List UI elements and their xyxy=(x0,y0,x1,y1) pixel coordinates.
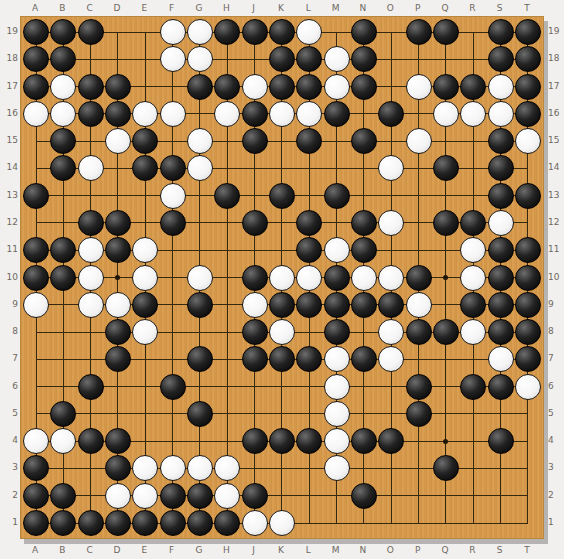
white-stone xyxy=(160,101,186,127)
black-stone xyxy=(406,319,432,345)
black-stone xyxy=(378,101,404,127)
column-label-top: M xyxy=(327,3,345,13)
black-stone xyxy=(160,155,186,181)
white-stone xyxy=(23,101,49,127)
black-stone xyxy=(242,210,268,236)
row-label-right: 2 xyxy=(548,490,564,500)
black-stone xyxy=(515,346,541,372)
white-stone xyxy=(187,265,213,291)
black-stone xyxy=(296,237,322,263)
black-stone xyxy=(460,210,486,236)
black-stone xyxy=(23,510,49,536)
black-stone xyxy=(105,237,131,263)
white-stone xyxy=(269,265,295,291)
black-stone xyxy=(378,428,404,454)
column-label-bottom: P xyxy=(409,545,427,555)
white-stone xyxy=(488,74,514,100)
column-label-bottom: N xyxy=(354,545,372,555)
white-stone xyxy=(406,74,432,100)
white-stone xyxy=(488,346,514,372)
black-stone xyxy=(23,455,49,481)
black-stone xyxy=(214,510,240,536)
white-stone xyxy=(433,101,459,127)
white-stone xyxy=(269,510,295,536)
black-stone xyxy=(460,374,486,400)
row-label-right: 8 xyxy=(548,326,564,336)
column-label-top: F xyxy=(163,3,181,13)
black-stone xyxy=(242,128,268,154)
black-stone xyxy=(296,74,322,100)
black-stone xyxy=(488,265,514,291)
black-stone xyxy=(242,428,268,454)
white-stone xyxy=(296,265,322,291)
column-label-bottom: C xyxy=(81,545,99,555)
row-label-right: 13 xyxy=(548,190,564,200)
row-label-left: 10 xyxy=(0,272,18,282)
white-stone xyxy=(105,292,131,318)
black-stone xyxy=(515,237,541,263)
row-label-left: 9 xyxy=(0,299,18,309)
white-stone xyxy=(269,101,295,127)
black-stone xyxy=(78,510,104,536)
black-stone xyxy=(187,401,213,427)
white-stone xyxy=(378,155,404,181)
white-stone xyxy=(50,101,76,127)
black-stone xyxy=(50,401,76,427)
black-stone xyxy=(351,128,377,154)
black-stone xyxy=(488,155,514,181)
grid-line-horizontal xyxy=(36,386,529,387)
black-stone xyxy=(433,74,459,100)
white-stone xyxy=(324,346,350,372)
white-stone xyxy=(187,155,213,181)
white-stone xyxy=(460,101,486,127)
black-stone xyxy=(488,19,514,45)
black-stone xyxy=(269,183,295,209)
column-label-bottom: K xyxy=(272,545,290,555)
black-stone xyxy=(433,210,459,236)
black-stone xyxy=(187,483,213,509)
hoshi-point xyxy=(115,275,120,280)
black-stone xyxy=(78,210,104,236)
column-label-top: O xyxy=(381,3,399,13)
white-stone xyxy=(160,46,186,72)
row-label-right: 17 xyxy=(548,81,564,91)
column-label-top: G xyxy=(190,3,208,13)
row-label-right: 4 xyxy=(548,435,564,445)
white-stone xyxy=(78,265,104,291)
column-label-top: A xyxy=(26,3,44,13)
black-stone xyxy=(324,319,350,345)
black-stone xyxy=(296,292,322,318)
row-label-left: 5 xyxy=(0,408,18,418)
black-stone xyxy=(78,428,104,454)
white-stone xyxy=(460,319,486,345)
black-stone xyxy=(515,74,541,100)
black-stone xyxy=(50,265,76,291)
black-stone xyxy=(105,346,131,372)
black-stone xyxy=(296,46,322,72)
row-label-right: 14 xyxy=(548,162,564,172)
black-stone xyxy=(50,510,76,536)
black-stone xyxy=(351,346,377,372)
white-stone xyxy=(378,265,404,291)
black-stone xyxy=(50,483,76,509)
black-stone xyxy=(160,374,186,400)
black-stone xyxy=(105,74,131,100)
column-label-bottom: O xyxy=(381,545,399,555)
black-stone xyxy=(50,155,76,181)
row-label-right: 16 xyxy=(548,108,564,118)
column-label-bottom: F xyxy=(163,545,181,555)
black-stone xyxy=(78,101,104,127)
black-stone xyxy=(78,19,104,45)
black-stone xyxy=(50,128,76,154)
column-label-bottom: Q xyxy=(436,545,454,555)
column-label-bottom: T xyxy=(518,545,536,555)
black-stone xyxy=(160,483,186,509)
row-label-left: 6 xyxy=(0,381,18,391)
black-stone xyxy=(378,292,404,318)
row-label-left: 19 xyxy=(0,26,18,36)
black-stone xyxy=(296,128,322,154)
row-label-right: 18 xyxy=(548,53,564,63)
black-stone xyxy=(324,183,350,209)
black-stone xyxy=(406,374,432,400)
column-label-bottom: S xyxy=(491,545,509,555)
black-stone xyxy=(406,401,432,427)
white-stone xyxy=(132,237,158,263)
column-label-top: S xyxy=(491,3,509,13)
black-stone xyxy=(105,210,131,236)
white-stone xyxy=(242,510,268,536)
white-stone xyxy=(378,210,404,236)
black-stone xyxy=(23,483,49,509)
row-label-right: 9 xyxy=(548,299,564,309)
black-stone xyxy=(23,74,49,100)
black-stone xyxy=(351,237,377,263)
white-stone xyxy=(378,346,404,372)
black-stone xyxy=(187,346,213,372)
column-label-bottom: R xyxy=(463,545,481,555)
white-stone xyxy=(324,374,350,400)
black-stone xyxy=(324,265,350,291)
white-stone xyxy=(132,319,158,345)
black-stone xyxy=(242,19,268,45)
white-stone xyxy=(378,319,404,345)
row-label-right: 19 xyxy=(548,26,564,36)
black-stone xyxy=(214,19,240,45)
white-stone xyxy=(160,19,186,45)
black-stone xyxy=(105,319,131,345)
black-stone xyxy=(132,292,158,318)
black-stone xyxy=(296,428,322,454)
white-stone xyxy=(132,483,158,509)
black-stone xyxy=(105,455,131,481)
row-label-left: 3 xyxy=(0,462,18,472)
white-stone xyxy=(23,428,49,454)
black-stone xyxy=(23,19,49,45)
white-stone xyxy=(187,46,213,72)
hoshi-point xyxy=(443,275,448,280)
white-stone xyxy=(132,101,158,127)
white-stone xyxy=(78,292,104,318)
white-stone xyxy=(242,74,268,100)
column-label-top: N xyxy=(354,3,372,13)
black-stone xyxy=(515,292,541,318)
white-stone xyxy=(269,319,295,345)
white-stone xyxy=(187,128,213,154)
column-label-bottom: B xyxy=(53,545,71,555)
row-label-right: 6 xyxy=(548,381,564,391)
row-label-left: 11 xyxy=(0,244,18,254)
white-stone xyxy=(105,483,131,509)
black-stone xyxy=(460,292,486,318)
white-stone xyxy=(105,128,131,154)
row-label-left: 17 xyxy=(0,81,18,91)
black-stone xyxy=(242,483,268,509)
white-stone xyxy=(214,101,240,127)
black-stone xyxy=(515,265,541,291)
column-label-top: L xyxy=(299,3,317,13)
white-stone xyxy=(406,128,432,154)
black-stone xyxy=(50,19,76,45)
column-label-bottom: D xyxy=(108,545,126,555)
black-stone xyxy=(488,128,514,154)
black-stone xyxy=(105,428,131,454)
row-label-right: 1 xyxy=(548,517,564,527)
black-stone xyxy=(324,292,350,318)
black-stone xyxy=(23,237,49,263)
white-stone xyxy=(488,210,514,236)
white-stone xyxy=(488,101,514,127)
hoshi-point xyxy=(443,439,448,444)
black-stone xyxy=(132,510,158,536)
column-label-top: T xyxy=(518,3,536,13)
column-label-top: K xyxy=(272,3,290,13)
black-stone xyxy=(488,319,514,345)
black-stone xyxy=(351,210,377,236)
black-stone xyxy=(132,128,158,154)
black-stone xyxy=(214,183,240,209)
black-stone xyxy=(433,19,459,45)
white-stone xyxy=(515,374,541,400)
black-stone xyxy=(242,319,268,345)
column-label-bottom: E xyxy=(135,545,153,555)
black-stone xyxy=(351,19,377,45)
black-stone xyxy=(23,46,49,72)
column-label-bottom: M xyxy=(327,545,345,555)
white-stone xyxy=(160,455,186,481)
go-board[interactable] xyxy=(20,16,544,539)
black-stone xyxy=(187,292,213,318)
white-stone xyxy=(324,455,350,481)
black-stone xyxy=(488,237,514,263)
black-stone xyxy=(488,46,514,72)
black-stone xyxy=(515,183,541,209)
black-stone xyxy=(269,346,295,372)
black-stone xyxy=(78,74,104,100)
column-label-bottom: G xyxy=(190,545,208,555)
column-label-bottom: L xyxy=(299,545,317,555)
black-stone xyxy=(187,74,213,100)
white-stone xyxy=(78,237,104,263)
column-label-top: D xyxy=(108,3,126,13)
black-stone xyxy=(460,74,486,100)
black-stone xyxy=(242,101,268,127)
white-stone xyxy=(160,183,186,209)
row-label-left: 13 xyxy=(0,190,18,200)
black-stone xyxy=(23,265,49,291)
white-stone xyxy=(50,74,76,100)
black-stone xyxy=(515,101,541,127)
row-label-left: 18 xyxy=(0,53,18,63)
black-stone xyxy=(488,183,514,209)
black-stone xyxy=(406,265,432,291)
black-stone xyxy=(160,210,186,236)
row-label-right: 3 xyxy=(548,462,564,472)
white-stone xyxy=(296,101,322,127)
column-label-top: C xyxy=(81,3,99,13)
column-label-bottom: H xyxy=(217,545,235,555)
black-stone xyxy=(488,292,514,318)
black-stone xyxy=(433,155,459,181)
white-stone xyxy=(324,237,350,263)
black-stone xyxy=(132,155,158,181)
black-stone xyxy=(269,46,295,72)
row-label-left: 16 xyxy=(0,108,18,118)
white-stone xyxy=(132,455,158,481)
black-stone xyxy=(296,210,322,236)
row-label-right: 11 xyxy=(548,244,564,254)
black-stone xyxy=(488,428,514,454)
black-stone xyxy=(269,19,295,45)
white-stone xyxy=(78,155,104,181)
column-label-bottom: J xyxy=(245,545,263,555)
column-label-top: P xyxy=(409,3,427,13)
white-stone xyxy=(50,428,76,454)
column-label-top: B xyxy=(53,3,71,13)
black-stone xyxy=(433,455,459,481)
black-stone xyxy=(242,265,268,291)
row-label-left: 14 xyxy=(0,162,18,172)
white-stone xyxy=(460,237,486,263)
row-label-left: 1 xyxy=(0,517,18,527)
white-stone xyxy=(214,483,240,509)
white-stone xyxy=(296,19,322,45)
row-label-left: 4 xyxy=(0,435,18,445)
black-stone xyxy=(488,374,514,400)
black-stone xyxy=(515,46,541,72)
row-label-right: 15 xyxy=(548,135,564,145)
black-stone xyxy=(351,46,377,72)
black-stone xyxy=(406,19,432,45)
white-stone xyxy=(242,292,268,318)
black-stone xyxy=(351,292,377,318)
white-stone xyxy=(324,46,350,72)
black-stone xyxy=(515,319,541,345)
black-stone xyxy=(351,483,377,509)
column-label-top: H xyxy=(217,3,235,13)
white-stone xyxy=(187,455,213,481)
black-stone xyxy=(296,346,322,372)
black-stone xyxy=(50,237,76,263)
black-stone xyxy=(515,19,541,45)
black-stone xyxy=(433,319,459,345)
black-stone xyxy=(351,428,377,454)
grid-line-horizontal xyxy=(36,413,529,414)
white-stone xyxy=(515,128,541,154)
row-label-left: 15 xyxy=(0,135,18,145)
row-label-left: 12 xyxy=(0,217,18,227)
column-label-top: Q xyxy=(436,3,454,13)
black-stone xyxy=(269,292,295,318)
black-stone xyxy=(269,428,295,454)
white-stone xyxy=(132,265,158,291)
black-stone xyxy=(351,74,377,100)
white-stone xyxy=(23,292,49,318)
white-stone xyxy=(324,74,350,100)
column-label-top: E xyxy=(135,3,153,13)
white-stone xyxy=(324,428,350,454)
black-stone xyxy=(214,74,240,100)
row-label-left: 8 xyxy=(0,326,18,336)
row-label-right: 10 xyxy=(548,272,564,282)
black-stone xyxy=(242,346,268,372)
row-label-left: 7 xyxy=(0,353,18,363)
black-stone xyxy=(160,510,186,536)
black-stone xyxy=(105,101,131,127)
white-stone xyxy=(187,19,213,45)
black-stone xyxy=(50,46,76,72)
black-stone xyxy=(324,101,350,127)
white-stone xyxy=(214,455,240,481)
white-stone xyxy=(351,265,377,291)
white-stone xyxy=(324,401,350,427)
go-app: AABBCCDDEEFFGGHHJJKKLLMMNNOOPPQQRRSSTT19… xyxy=(0,0,564,559)
black-stone xyxy=(105,510,131,536)
row-label-left: 2 xyxy=(0,490,18,500)
column-label-bottom: A xyxy=(26,545,44,555)
white-stone xyxy=(406,292,432,318)
column-label-top: J xyxy=(245,3,263,13)
black-stone xyxy=(269,74,295,100)
white-stone xyxy=(460,265,486,291)
black-stone xyxy=(23,183,49,209)
row-label-right: 12 xyxy=(548,217,564,227)
row-label-right: 5 xyxy=(548,408,564,418)
black-stone xyxy=(187,510,213,536)
column-label-top: R xyxy=(463,3,481,13)
black-stone xyxy=(78,374,104,400)
row-label-right: 7 xyxy=(548,353,564,363)
